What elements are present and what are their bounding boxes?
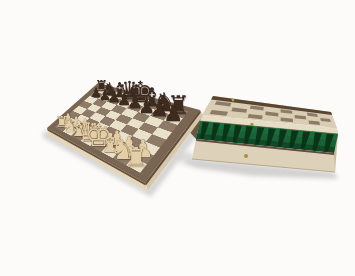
chess-set-product-photo: ♜♞♝♛♚♝♞♜♟♟♟♟♟♟♟♟♟♟♟♟♟♟♟♟♜♞♝♛♚♝♞♜ [0,0,355,276]
box-clasp-top [250,123,253,126]
box-side-shadow [173,152,195,162]
box-hinge [232,99,235,102]
box-latch [244,154,248,158]
